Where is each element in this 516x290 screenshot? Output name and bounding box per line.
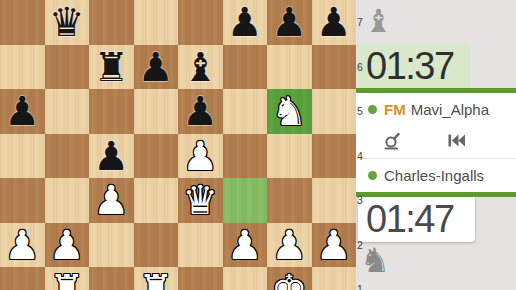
square-d5[interactable]	[134, 89, 179, 134]
white-pawn: ♟	[271, 225, 307, 265]
square-a1[interactable]	[0, 267, 45, 290]
player-title: FM	[384, 101, 406, 118]
square-h3[interactable]	[312, 178, 357, 223]
square-g2[interactable]: ♟	[267, 223, 312, 268]
square-f2[interactable]: ♟	[223, 223, 268, 268]
square-f7[interactable]: ♟	[223, 0, 268, 45]
sidebar: ♝ 01:37 FM Mavi_Alpha	[356, 0, 516, 290]
players-panel: FM Mavi_Alpha	[356, 93, 516, 192]
square-d7[interactable]	[134, 0, 179, 45]
square-c4[interactable]: ♟	[89, 134, 134, 179]
square-f6[interactable]	[223, 45, 268, 90]
rank-label-1: 1	[356, 267, 371, 290]
square-c7[interactable]	[89, 0, 134, 45]
rank-label-3: 3	[356, 178, 371, 223]
square-g4[interactable]	[267, 134, 312, 179]
square-h7[interactable]: ♟	[312, 0, 357, 45]
black-pawn: ♟	[93, 136, 129, 176]
square-e2[interactable]	[178, 223, 223, 268]
chess-board: ♛♟♟♟♜♟♝♟♟♞♟♟♟♛♟♟♟♟♟♜♜♚	[0, 0, 356, 290]
square-f1[interactable]	[223, 267, 268, 290]
square-b7[interactable]: ♛	[45, 0, 90, 45]
black-queen: ♛	[49, 2, 85, 42]
white-pawn: ♟	[93, 180, 129, 220]
square-e4[interactable]: ♟	[178, 134, 223, 179]
square-c3[interactable]: ♟	[89, 178, 134, 223]
player-name: Mavi_Alpha	[411, 101, 489, 118]
square-h2[interactable]: ♟	[312, 223, 357, 268]
square-e6[interactable]: ♝	[178, 45, 223, 90]
square-e5[interactable]: ♟	[178, 89, 223, 134]
bottom-clock-time: 01:47	[366, 198, 454, 241]
rank-label-6: 6	[356, 45, 371, 90]
bottom-player-row[interactable]: Charles-Ingalls	[356, 159, 516, 192]
white-pawn: ♟	[227, 225, 263, 265]
top-player-clock: 01:37	[358, 44, 470, 88]
first-move-button[interactable]	[448, 132, 465, 152]
square-f4[interactable]	[223, 134, 268, 179]
square-d6[interactable]: ♟	[134, 45, 179, 90]
square-h5[interactable]	[312, 89, 357, 134]
square-d1[interactable]: ♜	[134, 267, 179, 290]
black-pawn: ♟	[4, 91, 40, 131]
square-b5[interactable]	[45, 89, 90, 134]
square-c5[interactable]	[89, 89, 134, 134]
black-rook: ♜	[93, 47, 129, 87]
top-player-row[interactable]: FM Mavi_Alpha	[356, 93, 516, 126]
square-g1[interactable]: ♚	[267, 267, 312, 290]
white-pawn: ♟	[316, 225, 352, 265]
square-c1[interactable]	[89, 267, 134, 290]
square-g3[interactable]	[267, 178, 312, 223]
controls-row	[356, 126, 516, 159]
square-b6[interactable]	[45, 45, 90, 90]
square-d3[interactable]	[134, 178, 179, 223]
black-pawn: ♟	[227, 2, 263, 42]
square-a2[interactable]: ♟	[0, 223, 45, 268]
square-f3[interactable]	[223, 178, 268, 223]
square-g6[interactable]	[267, 45, 312, 90]
black-pawn: ♟	[316, 2, 352, 42]
white-king: ♚	[271, 269, 307, 290]
white-queen: ♛	[182, 180, 218, 220]
black-pawn: ♟	[138, 47, 174, 87]
rank-label-4: 4	[356, 134, 371, 179]
white-pawn: ♟	[182, 136, 218, 176]
analysis-icon	[384, 132, 401, 153]
white-knight: ♞	[271, 91, 307, 131]
square-e1[interactable]	[178, 267, 223, 290]
square-d2[interactable]	[134, 223, 179, 268]
square-e7[interactable]	[178, 0, 223, 45]
square-b3[interactable]	[45, 178, 90, 223]
square-b2[interactable]: ♟	[45, 223, 90, 268]
square-a3[interactable]	[0, 178, 45, 223]
square-c2[interactable]	[89, 223, 134, 268]
square-d4[interactable]	[134, 134, 179, 179]
first-move-icon	[448, 134, 465, 150]
square-a4[interactable]	[0, 134, 45, 179]
white-rook: ♜	[138, 269, 174, 290]
square-a6[interactable]	[0, 45, 45, 90]
square-a5[interactable]: ♟	[0, 89, 45, 134]
rank-label-2: 2	[356, 223, 371, 268]
top-clock-time: 01:37	[366, 45, 454, 88]
square-h1[interactable]	[312, 267, 357, 290]
app-screen: ♛♟♟♟♜♟♝♟♟♞♟♟♟♛♟♟♟♟♟♜♜♚ 7 6 5 4 3 2 1 ♝ 0…	[0, 0, 516, 290]
square-e3[interactable]: ♛	[178, 178, 223, 223]
player-name: Charles-Ingalls	[384, 167, 484, 184]
bottom-player-clock: 01:47	[358, 197, 475, 242]
black-pawn: ♟	[182, 91, 218, 131]
analysis-button[interactable]	[384, 132, 401, 152]
white-pawn: ♟	[4, 225, 40, 265]
square-h4[interactable]	[312, 134, 357, 179]
white-pawn: ♟	[49, 225, 85, 265]
black-pawn: ♟	[271, 2, 307, 42]
square-g7[interactable]: ♟	[267, 0, 312, 45]
square-b1[interactable]: ♜	[45, 267, 90, 290]
square-h6[interactable]	[312, 45, 357, 90]
square-a7[interactable]	[0, 0, 45, 45]
rank-label-5: 5	[356, 89, 371, 134]
square-f5[interactable]	[223, 89, 268, 134]
black-bishop: ♝	[182, 47, 218, 87]
square-b4[interactable]	[45, 134, 90, 179]
white-rook: ♜	[49, 269, 85, 290]
square-g5[interactable]: ♞	[267, 89, 312, 134]
square-c6[interactable]: ♜	[89, 45, 134, 90]
rank-label-7: 7	[356, 0, 371, 45]
